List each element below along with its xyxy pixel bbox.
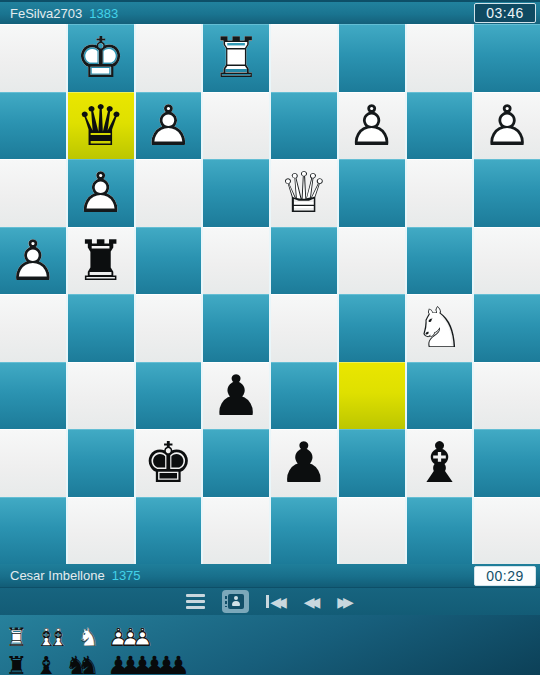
square-b2[interactable] [68, 429, 134, 497]
square-g8[interactable] [407, 24, 473, 92]
square-e3[interactable] [271, 362, 337, 430]
square-h6[interactable] [474, 159, 540, 227]
square-g5[interactable] [407, 227, 473, 295]
square-g1[interactable] [407, 497, 473, 565]
captured-black-rook: ♜ [6, 651, 27, 675]
captured-black-pawn: ♟ [168, 651, 189, 675]
white-pawn-f7[interactable]: ♟♙ [339, 93, 405, 160]
captured-black-pieces-row: ♜♝♞♞♟♟♟♟♟♟ [6, 650, 540, 675]
forward-arrows: ▶▶ [337, 595, 354, 609]
square-g2[interactable]: ♝ [407, 429, 473, 497]
square-a2[interactable] [0, 429, 66, 497]
square-g3[interactable] [407, 362, 473, 430]
captured-white-pieces-row: ♜♖♝♗♝♗♞♘♟♙♟♙♟♙ [6, 622, 540, 650]
square-b5[interactable]: ♜ [68, 227, 134, 295]
square-c4[interactable] [136, 294, 202, 362]
square-b4[interactable] [68, 294, 134, 362]
square-d2[interactable] [203, 429, 269, 497]
black-king-c2[interactable]: ♚ [136, 430, 202, 497]
menu-icon[interactable] [186, 591, 205, 613]
square-c1[interactable] [136, 497, 202, 565]
square-e8[interactable] [271, 24, 337, 92]
square-e6[interactable]: ♛♕ [271, 159, 337, 227]
opponent-name: FeSilva2703 [10, 6, 82, 21]
captured-white-bishop: ♝♗ [48, 623, 69, 650]
square-e7[interactable] [271, 92, 337, 160]
square-a7[interactable] [0, 92, 66, 160]
opponent-rating: 1383 [89, 6, 118, 21]
white-pawn-c7[interactable]: ♟♙ [136, 93, 202, 160]
square-d8[interactable]: ♜♖ [203, 24, 269, 92]
square-c2[interactable]: ♚ [136, 429, 202, 497]
square-a1[interactable] [0, 497, 66, 565]
black-queen-b7[interactable]: ♛ [68, 93, 134, 160]
square-d5[interactable] [203, 227, 269, 295]
square-d7[interactable] [203, 92, 269, 160]
player-clock: 00:29 [474, 566, 536, 586]
square-h8[interactable] [474, 24, 540, 92]
square-d3[interactable]: ♟ [203, 362, 269, 430]
square-h1[interactable] [474, 497, 540, 565]
square-c5[interactable] [136, 227, 202, 295]
square-h3[interactable] [474, 362, 540, 430]
square-a5[interactable]: ♟♙ [0, 227, 66, 295]
player-name: Cesar Imbellone [10, 568, 105, 583]
captured-white-pawn: ♟♙ [132, 623, 153, 650]
square-f8[interactable] [339, 24, 405, 92]
square-d6[interactable] [203, 159, 269, 227]
square-a3[interactable] [0, 362, 66, 430]
captured-white-knight: ♞♘ [78, 623, 99, 650]
captured-pieces-area: ♜♖♝♗♝♗♞♘♟♙♟♙♟♙ ♜♝♞♞♟♟♟♟♟♟ [0, 615, 540, 675]
skip-arrows: ◀◀ [270, 595, 287, 609]
square-f7[interactable]: ♟♙ [339, 92, 405, 160]
square-d4[interactable] [203, 294, 269, 362]
square-f6[interactable] [339, 159, 405, 227]
square-g6[interactable] [407, 159, 473, 227]
square-f2[interactable] [339, 429, 405, 497]
fast-forward-icon[interactable]: ▶▶ [337, 591, 354, 613]
square-f5[interactable] [339, 227, 405, 295]
square-e4[interactable] [271, 294, 337, 362]
opponent-bar: FeSilva2703 1383 03:46 [0, 0, 540, 24]
square-f3[interactable] [339, 362, 405, 430]
square-a4[interactable] [0, 294, 66, 362]
square-e2[interactable]: ♟ [271, 429, 337, 497]
black-pawn-e2[interactable]: ♟ [271, 430, 337, 497]
square-b6[interactable]: ♟♙ [68, 159, 134, 227]
square-f4[interactable] [339, 294, 405, 362]
menu-bars [186, 594, 205, 597]
skip-to-start-icon[interactable]: ◀◀ [266, 591, 287, 613]
captured-black-bishop: ♝ [36, 651, 57, 675]
chess-app: FeSilva2703 1383 03:46 ♚♔♜♖♛♟♙♟♙♟♙♟♙♛♕♟♙… [0, 0, 540, 675]
square-c6[interactable] [136, 159, 202, 227]
player-bar: Cesar Imbellone 1375 00:29 [0, 564, 540, 588]
skip-bar [266, 595, 269, 608]
captured-white-rook: ♜♖ [6, 623, 27, 650]
square-b7[interactable]: ♛ [68, 92, 134, 160]
square-c8[interactable] [136, 24, 202, 92]
white-rook-d8[interactable]: ♜♖ [203, 25, 269, 92]
chess-board[interactable]: ♚♔♜♖♛♟♙♟♙♟♙♟♙♛♕♟♙♜♞♘♟♚♟♝ [0, 24, 540, 564]
square-b3[interactable] [68, 362, 134, 430]
square-b1[interactable] [68, 497, 134, 565]
person-silhouette [232, 596, 240, 606]
rewind-arrows: ◀◀ [304, 595, 321, 609]
square-h7[interactable]: ♟♙ [474, 92, 540, 160]
square-f1[interactable] [339, 497, 405, 565]
rewind-icon[interactable]: ◀◀ [304, 591, 321, 613]
contact-binding-dots [225, 596, 227, 607]
square-h4[interactable] [474, 294, 540, 362]
square-b8[interactable]: ♚♔ [68, 24, 134, 92]
square-a6[interactable] [0, 159, 66, 227]
white-king-b8[interactable]: ♚♔ [68, 25, 134, 92]
black-pawn-d3[interactable]: ♟ [203, 363, 269, 430]
white-pawn-a5[interactable]: ♟♙ [0, 228, 66, 295]
square-g7[interactable] [407, 92, 473, 160]
players-icon[interactable] [222, 590, 249, 613]
square-e5[interactable] [271, 227, 337, 295]
square-h5[interactable] [474, 227, 540, 295]
square-h2[interactable] [474, 429, 540, 497]
black-bishop-g2[interactable]: ♝ [407, 430, 473, 497]
black-rook-b5[interactable]: ♜ [68, 228, 134, 295]
player-rating: 1375 [112, 568, 141, 583]
white-queen-e6[interactable]: ♛♕ [271, 160, 337, 227]
square-c3[interactable] [136, 362, 202, 430]
square-g4[interactable]: ♞♘ [407, 294, 473, 362]
square-e1[interactable] [271, 497, 337, 565]
square-c7[interactable]: ♟♙ [136, 92, 202, 160]
opponent-clock: 03:46 [474, 3, 536, 23]
square-d1[interactable] [203, 497, 269, 565]
white-knight-g4[interactable]: ♞♘ [407, 295, 473, 362]
square-a8[interactable] [0, 24, 66, 92]
game-controls: ◀◀ ◀◀ ▶▶ [0, 588, 540, 615]
captured-black-knight: ♞ [78, 651, 99, 675]
white-pawn-h7[interactable]: ♟♙ [474, 93, 540, 160]
white-pawn-b6[interactable]: ♟♙ [68, 160, 134, 227]
